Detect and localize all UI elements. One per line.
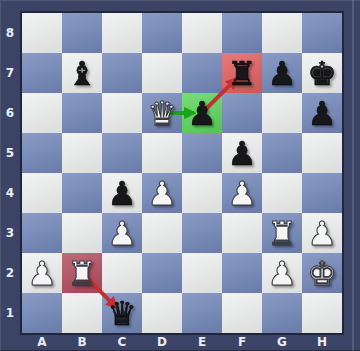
square-g3[interactable]: ♜ xyxy=(262,213,302,253)
square-d5[interactable] xyxy=(142,133,182,173)
file-label-c: C xyxy=(102,335,142,351)
square-g1[interactable] xyxy=(262,293,302,333)
black-pawn-icon[interactable]: ♟ xyxy=(307,97,337,130)
square-c1[interactable]: ♛ xyxy=(102,293,142,333)
square-e2[interactable] xyxy=(182,253,222,293)
black-rook-icon[interactable]: ♜ xyxy=(227,57,257,90)
file-label-d: D xyxy=(142,335,182,351)
square-d8[interactable] xyxy=(142,13,182,53)
rank-label-5: 5 xyxy=(0,133,20,173)
square-e6[interactable]: ♟ xyxy=(182,93,222,133)
rank-label-2: 2 xyxy=(0,253,20,293)
file-label-f: F xyxy=(222,335,262,351)
square-d1[interactable] xyxy=(142,293,182,333)
square-a8[interactable] xyxy=(22,13,62,53)
square-g5[interactable] xyxy=(262,133,302,173)
square-b1[interactable] xyxy=(62,293,102,333)
square-a3[interactable] xyxy=(22,213,62,253)
square-b6[interactable] xyxy=(62,93,102,133)
rank-label-1: 1 xyxy=(0,293,20,333)
square-g8[interactable] xyxy=(262,13,302,53)
square-b3[interactable] xyxy=(62,213,102,253)
square-e3[interactable] xyxy=(182,213,222,253)
file-label-b: B xyxy=(62,335,102,351)
square-f4[interactable]: ♟ xyxy=(222,173,262,213)
square-f8[interactable] xyxy=(222,13,262,53)
white-pawn-icon[interactable]: ♟ xyxy=(107,217,137,250)
frame-groove xyxy=(352,0,354,351)
square-d3[interactable] xyxy=(142,213,182,253)
square-e7[interactable] xyxy=(182,53,222,93)
file-label-g: G xyxy=(262,335,302,351)
square-h7[interactable]: ♚ xyxy=(302,53,342,93)
square-b8[interactable] xyxy=(62,13,102,53)
square-f2[interactable] xyxy=(222,253,262,293)
square-b7[interactable]: ♝ xyxy=(62,53,102,93)
square-a7[interactable] xyxy=(22,53,62,93)
square-f1[interactable] xyxy=(222,293,262,333)
square-h8[interactable] xyxy=(302,13,342,53)
square-g6[interactable] xyxy=(262,93,302,133)
chess-widget: 87654321 ABCDEFGH ♝♜♟♚♛♟♟♟♟♟♟♟♜♟♟♜♟♚♛ xyxy=(0,0,360,351)
white-pawn-icon[interactable]: ♟ xyxy=(27,257,57,290)
square-h5[interactable] xyxy=(302,133,342,173)
rank-label-7: 7 xyxy=(0,53,20,93)
file-label-e: E xyxy=(182,335,222,351)
white-king-icon[interactable]: ♚ xyxy=(307,257,337,290)
rank-label-4: 4 xyxy=(0,173,20,213)
black-pawn-icon[interactable]: ♟ xyxy=(107,177,137,210)
rank-label-3: 3 xyxy=(0,213,20,253)
square-a1[interactable] xyxy=(22,293,62,333)
square-c5[interactable] xyxy=(102,133,142,173)
white-rook-icon[interactable]: ♜ xyxy=(67,257,97,290)
square-h4[interactable] xyxy=(302,173,342,213)
square-f5[interactable]: ♟ xyxy=(222,133,262,173)
chess-board: ♝♜♟♚♛♟♟♟♟♟♟♟♜♟♟♜♟♚♛ xyxy=(22,13,342,333)
white-rook-icon[interactable]: ♜ xyxy=(267,217,297,250)
square-d4[interactable]: ♟ xyxy=(142,173,182,213)
file-label-h: H xyxy=(302,335,342,351)
white-pawn-icon[interactable]: ♟ xyxy=(267,257,297,290)
square-d2[interactable] xyxy=(142,253,182,293)
square-e5[interactable] xyxy=(182,133,222,173)
square-c3[interactable]: ♟ xyxy=(102,213,142,253)
square-e4[interactable] xyxy=(182,173,222,213)
white-pawn-icon[interactable]: ♟ xyxy=(147,177,177,210)
square-g4[interactable] xyxy=(262,173,302,213)
square-c6[interactable] xyxy=(102,93,142,133)
square-d6[interactable]: ♛ xyxy=(142,93,182,133)
square-c2[interactable] xyxy=(102,253,142,293)
square-c8[interactable] xyxy=(102,13,142,53)
square-e1[interactable] xyxy=(182,293,222,333)
black-pawn-icon[interactable]: ♟ xyxy=(187,97,217,130)
square-f7[interactable]: ♜ xyxy=(222,53,262,93)
square-a5[interactable] xyxy=(22,133,62,173)
square-b5[interactable] xyxy=(62,133,102,173)
square-f6[interactable] xyxy=(222,93,262,133)
rank-label-6: 6 xyxy=(0,93,20,133)
white-pawn-icon[interactable]: ♟ xyxy=(227,177,257,210)
black-queen-icon[interactable]: ♛ xyxy=(107,297,137,330)
black-king-icon[interactable]: ♚ xyxy=(307,57,337,90)
square-h1[interactable] xyxy=(302,293,342,333)
square-a4[interactable] xyxy=(22,173,62,213)
square-a2[interactable]: ♟ xyxy=(22,253,62,293)
square-b4[interactable] xyxy=(62,173,102,213)
square-f3[interactable] xyxy=(222,213,262,253)
square-d7[interactable] xyxy=(142,53,182,93)
square-e8[interactable] xyxy=(182,13,222,53)
square-h3[interactable]: ♟ xyxy=(302,213,342,253)
square-h2[interactable]: ♚ xyxy=(302,253,342,293)
square-b2[interactable]: ♜ xyxy=(62,253,102,293)
square-g2[interactable]: ♟ xyxy=(262,253,302,293)
white-queen-icon[interactable]: ♛ xyxy=(147,97,177,130)
square-g7[interactable]: ♟ xyxy=(262,53,302,93)
rank-label-8: 8 xyxy=(0,13,20,53)
black-bishop-icon[interactable]: ♝ xyxy=(67,57,97,90)
square-a6[interactable] xyxy=(22,93,62,133)
square-c4[interactable]: ♟ xyxy=(102,173,142,213)
white-pawn-icon[interactable]: ♟ xyxy=(307,217,337,250)
black-pawn-icon[interactable]: ♟ xyxy=(267,57,297,90)
file-label-a: A xyxy=(22,335,62,351)
square-h6[interactable]: ♟ xyxy=(302,93,342,133)
square-c7[interactable] xyxy=(102,53,142,93)
black-pawn-icon[interactable]: ♟ xyxy=(227,137,257,170)
board-border: ♝♜♟♚♛♟♟♟♟♟♟♟♜♟♟♜♟♚♛ xyxy=(20,11,344,335)
